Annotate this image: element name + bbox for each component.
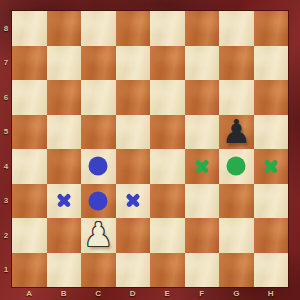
square-f5[interactable]: [185, 115, 220, 150]
square-e6[interactable]: [150, 80, 185, 115]
file-label-h: H: [254, 287, 289, 300]
square-a3[interactable]: [12, 184, 47, 219]
square-d3[interactable]: [116, 184, 151, 219]
square-h1[interactable]: [254, 253, 289, 288]
rank-labels: 87654321: [0, 11, 12, 287]
square-g3[interactable]: [219, 184, 254, 219]
square-a8[interactable]: [12, 11, 47, 46]
file-labels: ABCDEFGH: [12, 287, 288, 300]
file-label-d: D: [116, 287, 151, 300]
square-h6[interactable]: [254, 80, 289, 115]
square-b7[interactable]: [47, 46, 82, 81]
square-d7[interactable]: [116, 46, 151, 81]
rank-label-4: 4: [0, 149, 12, 184]
square-a1[interactable]: [12, 253, 47, 288]
file-label-g: G: [219, 287, 254, 300]
square-d6[interactable]: [116, 80, 151, 115]
square-h7[interactable]: [254, 46, 289, 81]
file-label-b: B: [47, 287, 82, 300]
green-circle-marker-g4: [227, 157, 246, 176]
square-g8[interactable]: [219, 11, 254, 46]
square-f2[interactable]: [185, 218, 220, 253]
rank-label-3: 3: [0, 184, 12, 219]
square-b3[interactable]: [47, 184, 82, 219]
square-e7[interactable]: [150, 46, 185, 81]
square-d2[interactable]: [116, 218, 151, 253]
blue-x-marker-b3: [56, 193, 72, 209]
square-c1[interactable]: [81, 253, 116, 288]
square-a2[interactable]: [12, 218, 47, 253]
square-c3[interactable]: [81, 184, 116, 219]
square-b8[interactable]: [47, 11, 82, 46]
square-c7[interactable]: [81, 46, 116, 81]
square-a4[interactable]: [12, 149, 47, 184]
square-c6[interactable]: [81, 80, 116, 115]
chess-board: ♟♟: [12, 11, 288, 287]
rank-label-8: 8: [0, 11, 12, 46]
file-label-f: F: [185, 287, 220, 300]
square-e8[interactable]: [150, 11, 185, 46]
square-e5[interactable]: [150, 115, 185, 150]
square-h2[interactable]: [254, 218, 289, 253]
green-x-marker-h4: [263, 158, 279, 174]
square-e1[interactable]: [150, 253, 185, 288]
rank-label-5: 5: [0, 115, 12, 150]
file-label-e: E: [150, 287, 185, 300]
file-label-a: A: [12, 287, 47, 300]
square-b2[interactable]: [47, 218, 82, 253]
green-x-marker-f4: [194, 158, 210, 174]
square-b1[interactable]: [47, 253, 82, 288]
square-a7[interactable]: [12, 46, 47, 81]
square-g4[interactable]: [219, 149, 254, 184]
blue-circle-marker-c3: [89, 191, 108, 210]
square-g7[interactable]: [219, 46, 254, 81]
square-d4[interactable]: [116, 149, 151, 184]
square-b5[interactable]: [47, 115, 82, 150]
square-g2[interactable]: [219, 218, 254, 253]
blue-circle-marker-c4: [89, 157, 108, 176]
black-pawn[interactable]: ♟: [219, 115, 254, 150]
square-b6[interactable]: [47, 80, 82, 115]
rank-label-7: 7: [0, 46, 12, 81]
square-f8[interactable]: [185, 11, 220, 46]
square-f1[interactable]: [185, 253, 220, 288]
square-c5[interactable]: [81, 115, 116, 150]
square-g1[interactable]: [219, 253, 254, 288]
chess-training-screenshot: 87654321 ABCDEFGH ♟♟: [0, 0, 300, 300]
square-a6[interactable]: [12, 80, 47, 115]
white-pawn[interactable]: ♟: [81, 218, 116, 253]
square-f7[interactable]: [185, 46, 220, 81]
file-label-c: C: [81, 287, 116, 300]
rank-label-6: 6: [0, 80, 12, 115]
square-c8[interactable]: [81, 11, 116, 46]
square-g5[interactable]: ♟: [219, 115, 254, 150]
square-e3[interactable]: [150, 184, 185, 219]
square-f4[interactable]: [185, 149, 220, 184]
square-f3[interactable]: [185, 184, 220, 219]
square-d5[interactable]: [116, 115, 151, 150]
blue-x-marker-d3: [125, 193, 141, 209]
square-h5[interactable]: [254, 115, 289, 150]
square-e2[interactable]: [150, 218, 185, 253]
square-h8[interactable]: [254, 11, 289, 46]
square-g6[interactable]: [219, 80, 254, 115]
square-b4[interactable]: [47, 149, 82, 184]
square-f6[interactable]: [185, 80, 220, 115]
square-e4[interactable]: [150, 149, 185, 184]
square-a5[interactable]: [12, 115, 47, 150]
rank-label-2: 2: [0, 218, 12, 253]
square-h4[interactable]: [254, 149, 289, 184]
rank-label-1: 1: [0, 253, 12, 288]
square-c4[interactable]: [81, 149, 116, 184]
square-d8[interactable]: [116, 11, 151, 46]
square-c2[interactable]: ♟: [81, 218, 116, 253]
square-h3[interactable]: [254, 184, 289, 219]
square-d1[interactable]: [116, 253, 151, 288]
